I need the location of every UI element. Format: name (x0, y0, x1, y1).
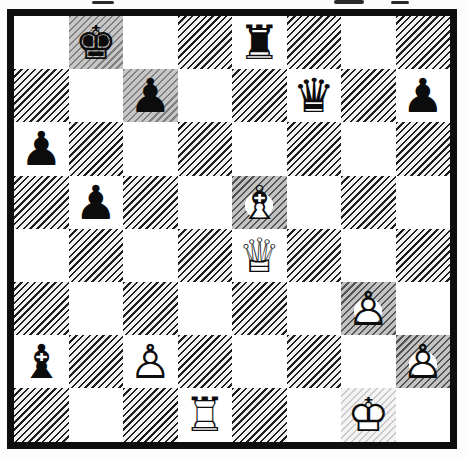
square-b5: ♟ (69, 176, 124, 229)
square-c5 (123, 176, 178, 229)
square-h4 (396, 229, 451, 282)
square-f7: ♛ (287, 69, 342, 122)
piece-white-pawn: ♙ (400, 338, 446, 385)
square-c7: ♟ (123, 69, 178, 122)
square-g1: ♔ (341, 388, 396, 441)
square-b4 (69, 229, 124, 282)
square-e7 (232, 69, 287, 122)
square-d5 (178, 176, 233, 229)
square-d6 (178, 122, 233, 175)
square-e4: ♕ (232, 229, 287, 282)
piece-white-pawn: ♙ (127, 338, 173, 385)
square-f4 (287, 229, 342, 282)
square-f6 (287, 122, 342, 175)
square-d1: ♖ (178, 388, 233, 441)
square-f8 (287, 16, 342, 69)
square-h8 (396, 16, 451, 69)
square-g5 (341, 176, 396, 229)
piece-black-pawn: ♟ (75, 179, 117, 226)
piece-black-rook: ♜ (238, 19, 280, 66)
square-e8: ♜ (232, 16, 287, 69)
square-h2: ♙ (396, 335, 451, 388)
square-b7 (69, 69, 124, 122)
square-a5 (14, 176, 69, 229)
square-a1 (14, 388, 69, 441)
square-c8 (123, 16, 178, 69)
square-h3 (396, 282, 451, 335)
square-b6 (69, 122, 124, 175)
square-g2 (341, 335, 396, 388)
square-a6: ♟ (14, 122, 69, 175)
piece-black-king: ♚ (75, 19, 117, 66)
square-h5 (396, 176, 451, 229)
square-c3 (123, 282, 178, 335)
square-g8 (341, 16, 396, 69)
square-h1 (396, 388, 451, 441)
square-a2: ♝ (14, 335, 69, 388)
square-c2: ♙ (123, 335, 178, 388)
piece-black-bishop: ♝ (20, 338, 62, 385)
square-e5: ♗ (232, 176, 287, 229)
square-e3 (232, 282, 287, 335)
square-e1 (232, 388, 287, 441)
piece-white-king: ♔ (345, 391, 391, 438)
piece-white-queen: ♕ (236, 232, 282, 279)
piece-black-pawn: ♟ (20, 125, 62, 172)
square-b8: ♚ (69, 16, 124, 69)
square-g3: ♙ (341, 282, 396, 335)
square-h7: ♟ (396, 69, 451, 122)
piece-white-pawn: ♙ (345, 285, 391, 332)
board-frame: ♚♜♟♛♟♟♟♗♕♙♝♙♙♖♔ (7, 9, 457, 449)
square-c6 (123, 122, 178, 175)
square-h6 (396, 122, 451, 175)
square-f5 (287, 176, 342, 229)
print-smudge (334, 0, 364, 4)
square-f1 (287, 388, 342, 441)
square-d7 (178, 69, 233, 122)
square-a4 (14, 229, 69, 282)
square-f2 (287, 335, 342, 388)
print-smudge (92, 1, 114, 4)
square-d8 (178, 16, 233, 69)
square-e2 (232, 335, 287, 388)
square-d2 (178, 335, 233, 388)
square-e6 (232, 122, 287, 175)
square-a8 (14, 16, 69, 69)
square-f3 (287, 282, 342, 335)
piece-black-pawn: ♟ (402, 72, 444, 119)
square-g6 (341, 122, 396, 175)
piece-black-pawn: ♟ (129, 72, 171, 119)
square-d4 (178, 229, 233, 282)
print-smudge (391, 1, 409, 4)
piece-white-rook: ♖ (182, 391, 228, 438)
square-b2 (69, 335, 124, 388)
square-c1 (123, 388, 178, 441)
square-c4 (123, 229, 178, 282)
square-b1 (69, 388, 124, 441)
square-a7 (14, 69, 69, 122)
square-g4 (341, 229, 396, 282)
piece-white-bishop: ♗ (236, 179, 282, 226)
piece-black-queen: ♛ (293, 72, 335, 119)
square-g7 (341, 69, 396, 122)
chess-board: ♚♜♟♛♟♟♟♗♕♙♝♙♙♖♔ (14, 16, 450, 442)
square-d3 (178, 282, 233, 335)
square-b3 (69, 282, 124, 335)
square-a3 (14, 282, 69, 335)
